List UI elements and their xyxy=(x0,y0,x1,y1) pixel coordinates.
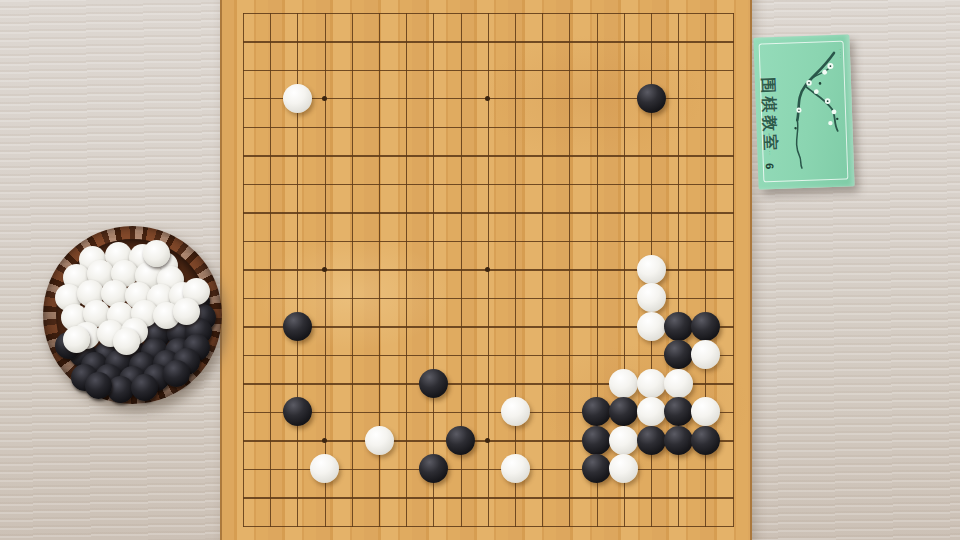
plum-branch-illustration xyxy=(780,49,846,171)
stone-white[interactable] xyxy=(310,454,339,483)
stone-black[interactable] xyxy=(582,454,611,483)
stone-white[interactable] xyxy=(637,283,666,312)
stone-black[interactable] xyxy=(664,397,693,426)
stone-white[interactable] xyxy=(609,369,638,398)
go-board xyxy=(220,0,752,540)
stone-white[interactable] xyxy=(637,255,666,284)
stone-black[interactable] xyxy=(283,397,312,426)
stone-black[interactable] xyxy=(582,426,611,455)
bowl-stone-black xyxy=(163,360,190,387)
bowl-stone-white xyxy=(113,328,140,355)
stone-white[interactable] xyxy=(501,454,530,483)
stone-white[interactable] xyxy=(637,312,666,341)
stone-white[interactable] xyxy=(609,454,638,483)
bowl-stone-white xyxy=(143,240,170,267)
stone-black[interactable] xyxy=(283,312,312,341)
star-point xyxy=(322,96,327,101)
stone-black[interactable] xyxy=(691,426,720,455)
stone-bowl-interior xyxy=(56,239,209,391)
stone-black[interactable] xyxy=(664,340,693,369)
book-cover: 围棋教室 ——···· 6 ···· xyxy=(753,34,854,189)
stone-white[interactable] xyxy=(637,397,666,426)
book-volume-number: 6 xyxy=(762,163,776,177)
star-point xyxy=(322,438,327,443)
stone-white[interactable] xyxy=(609,426,638,455)
book-small-text: ···· xyxy=(837,49,846,109)
goban-grid[interactable] xyxy=(230,0,747,540)
stone-black[interactable] xyxy=(664,312,693,341)
bowl-stone-white xyxy=(173,298,200,325)
stone-white[interactable] xyxy=(691,340,720,369)
star-point xyxy=(485,96,490,101)
stone-white[interactable] xyxy=(365,426,394,455)
stone-black[interactable] xyxy=(582,397,611,426)
stone-black[interactable] xyxy=(637,84,666,113)
stone-black[interactable] xyxy=(446,426,475,455)
stone-white[interactable] xyxy=(501,397,530,426)
star-point xyxy=(485,267,490,272)
stone-white[interactable] xyxy=(691,397,720,426)
bowl-stone-white xyxy=(63,326,90,353)
stone-black[interactable] xyxy=(637,426,666,455)
stone-white[interactable] xyxy=(664,369,693,398)
star-point xyxy=(485,438,490,443)
stone-black[interactable] xyxy=(419,454,448,483)
stone-black[interactable] xyxy=(419,369,448,398)
stone-bowl-basket xyxy=(43,226,222,404)
bowl-stone-black xyxy=(131,374,158,401)
stone-white[interactable] xyxy=(283,84,312,113)
tabletop-scene: 围棋教室 ——···· 6 ···· xyxy=(0,0,960,540)
stone-white[interactable] xyxy=(637,369,666,398)
bowl-stone-black xyxy=(85,372,112,399)
stone-black[interactable] xyxy=(664,426,693,455)
stone-black[interactable] xyxy=(691,312,720,341)
stone-black[interactable] xyxy=(609,397,638,426)
star-point xyxy=(322,267,327,272)
